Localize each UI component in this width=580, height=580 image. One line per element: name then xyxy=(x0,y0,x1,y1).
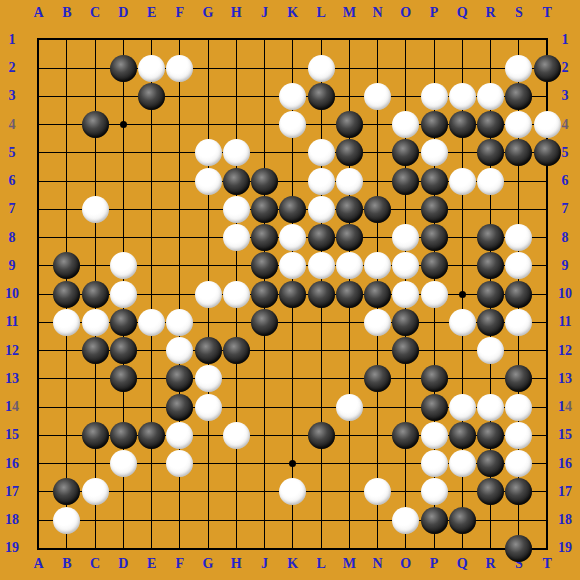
intersection-M4[interactable] xyxy=(335,111,363,139)
intersection-P12[interactable] xyxy=(420,337,448,365)
intersection-E14[interactable] xyxy=(137,393,165,421)
intersection-B15[interactable] xyxy=(53,421,81,449)
intersection-A6[interactable] xyxy=(24,167,52,195)
intersection-P13[interactable] xyxy=(420,365,448,393)
intersection-E1[interactable] xyxy=(137,26,165,54)
intersection-J18[interactable] xyxy=(250,506,278,534)
black-stone-N10[interactable] xyxy=(364,281,391,308)
intersection-L19[interactable] xyxy=(307,534,335,562)
intersection-P2[interactable] xyxy=(420,54,448,82)
intersection-C11[interactable] xyxy=(81,308,109,336)
white-stone-Q16[interactable] xyxy=(449,450,476,477)
intersection-S17[interactable] xyxy=(505,478,533,506)
white-stone-E2[interactable] xyxy=(138,55,165,82)
black-stone-E15[interactable] xyxy=(138,422,165,449)
intersection-S18[interactable] xyxy=(505,506,533,534)
intersection-K5[interactable] xyxy=(279,139,307,167)
intersection-F5[interactable] xyxy=(166,139,194,167)
white-stone-S9[interactable] xyxy=(505,252,532,279)
intersection-Q13[interactable] xyxy=(448,365,476,393)
intersection-F8[interactable] xyxy=(166,224,194,252)
intersection-N15[interactable] xyxy=(363,421,391,449)
intersection-L16[interactable] xyxy=(307,450,335,478)
intersection-L13[interactable] xyxy=(307,365,335,393)
white-stone-H7[interactable] xyxy=(223,196,250,223)
white-stone-G6[interactable] xyxy=(195,168,222,195)
black-stone-M4[interactable] xyxy=(336,111,363,138)
intersection-T6[interactable] xyxy=(533,167,561,195)
intersection-S8[interactable] xyxy=(505,224,533,252)
black-stone-M10[interactable] xyxy=(336,281,363,308)
intersection-D5[interactable] xyxy=(109,139,137,167)
intersection-Q9[interactable] xyxy=(448,252,476,280)
black-stone-R15[interactable] xyxy=(477,422,504,449)
intersection-R14[interactable] xyxy=(476,393,504,421)
intersection-H2[interactable] xyxy=(222,54,250,82)
intersection-P5[interactable] xyxy=(420,139,448,167)
intersection-P16[interactable] xyxy=(420,450,448,478)
intersection-H18[interactable] xyxy=(222,506,250,534)
intersection-C7[interactable] xyxy=(81,195,109,223)
intersection-O17[interactable] xyxy=(392,478,420,506)
intersection-T2[interactable] xyxy=(533,54,561,82)
intersection-J6[interactable] xyxy=(250,167,278,195)
black-stone-Q15[interactable] xyxy=(449,422,476,449)
intersection-E9[interactable] xyxy=(137,252,165,280)
black-stone-M7[interactable] xyxy=(336,196,363,223)
intersection-O9[interactable] xyxy=(392,252,420,280)
intersection-C8[interactable] xyxy=(81,224,109,252)
intersection-Q8[interactable] xyxy=(448,224,476,252)
intersection-B2[interactable] xyxy=(53,54,81,82)
intersection-D10[interactable] xyxy=(109,280,137,308)
intersection-M19[interactable] xyxy=(335,534,363,562)
white-stone-L5[interactable] xyxy=(308,139,335,166)
white-stone-B11[interactable] xyxy=(53,309,80,336)
intersection-O6[interactable] xyxy=(392,167,420,195)
intersection-H13[interactable] xyxy=(222,365,250,393)
intersection-A17[interactable] xyxy=(24,478,52,506)
intersection-L7[interactable] xyxy=(307,195,335,223)
intersection-E2[interactable] xyxy=(137,54,165,82)
intersection-J3[interactable] xyxy=(250,82,278,110)
intersection-M9[interactable] xyxy=(335,252,363,280)
black-stone-S13[interactable] xyxy=(505,365,532,392)
black-stone-T5[interactable] xyxy=(534,139,561,166)
intersection-C13[interactable] xyxy=(81,365,109,393)
intersection-D7[interactable] xyxy=(109,195,137,223)
intersection-T13[interactable] xyxy=(533,365,561,393)
intersection-N16[interactable] xyxy=(363,450,391,478)
intersection-G7[interactable] xyxy=(194,195,222,223)
intersection-H4[interactable] xyxy=(222,111,250,139)
intersection-R7[interactable] xyxy=(476,195,504,223)
black-stone-L8[interactable] xyxy=(308,224,335,251)
intersection-C17[interactable] xyxy=(81,478,109,506)
intersection-L2[interactable] xyxy=(307,54,335,82)
intersection-H9[interactable] xyxy=(222,252,250,280)
intersection-T4[interactable] xyxy=(533,111,561,139)
intersection-R12[interactable] xyxy=(476,337,504,365)
intersection-J12[interactable] xyxy=(250,337,278,365)
intersection-R8[interactable] xyxy=(476,224,504,252)
white-stone-N9[interactable] xyxy=(364,252,391,279)
white-stone-K3[interactable] xyxy=(279,83,306,110)
intersection-E15[interactable] xyxy=(137,421,165,449)
white-stone-C17[interactable] xyxy=(82,478,109,505)
black-stone-C15[interactable] xyxy=(82,422,109,449)
intersection-C3[interactable] xyxy=(81,82,109,110)
intersection-F16[interactable] xyxy=(166,450,194,478)
intersection-N19[interactable] xyxy=(363,534,391,562)
intersection-T5[interactable] xyxy=(533,139,561,167)
black-stone-O5[interactable] xyxy=(392,139,419,166)
intersection-B17[interactable] xyxy=(53,478,81,506)
black-stone-L10[interactable] xyxy=(308,281,335,308)
intersection-Q6[interactable] xyxy=(448,167,476,195)
intersection-R6[interactable] xyxy=(476,167,504,195)
intersection-A15[interactable] xyxy=(24,421,52,449)
black-stone-B17[interactable] xyxy=(53,478,80,505)
white-stone-R12[interactable] xyxy=(477,337,504,364)
white-stone-P15[interactable] xyxy=(421,422,448,449)
intersection-O11[interactable] xyxy=(392,308,420,336)
intersection-B10[interactable] xyxy=(53,280,81,308)
intersection-K13[interactable] xyxy=(279,365,307,393)
white-stone-F15[interactable] xyxy=(166,422,193,449)
intersection-S5[interactable] xyxy=(505,139,533,167)
white-stone-N17[interactable] xyxy=(364,478,391,505)
intersection-G18[interactable] xyxy=(194,506,222,534)
white-stone-C11[interactable] xyxy=(82,309,109,336)
intersection-L12[interactable] xyxy=(307,337,335,365)
intersection-S14[interactable] xyxy=(505,393,533,421)
white-stone-R3[interactable] xyxy=(477,83,504,110)
intersection-G16[interactable] xyxy=(194,450,222,478)
black-stone-G12[interactable] xyxy=(195,337,222,364)
intersection-J7[interactable] xyxy=(250,195,278,223)
intersection-K17[interactable] xyxy=(279,478,307,506)
black-stone-O11[interactable] xyxy=(392,309,419,336)
intersection-G9[interactable] xyxy=(194,252,222,280)
intersection-M6[interactable] xyxy=(335,167,363,195)
intersection-B18[interactable] xyxy=(53,506,81,534)
black-stone-R5[interactable] xyxy=(477,139,504,166)
white-stone-F2[interactable] xyxy=(166,55,193,82)
intersection-M12[interactable] xyxy=(335,337,363,365)
intersection-J2[interactable] xyxy=(250,54,278,82)
black-stone-B10[interactable] xyxy=(53,281,80,308)
intersection-T10[interactable] xyxy=(533,280,561,308)
intersection-C9[interactable] xyxy=(81,252,109,280)
white-stone-P5[interactable] xyxy=(421,139,448,166)
intersection-B5[interactable] xyxy=(53,139,81,167)
intersection-R17[interactable] xyxy=(476,478,504,506)
intersection-L8[interactable] xyxy=(307,224,335,252)
black-stone-P6[interactable] xyxy=(421,168,448,195)
black-stone-T2[interactable] xyxy=(534,55,561,82)
intersection-Q12[interactable] xyxy=(448,337,476,365)
white-stone-N3[interactable] xyxy=(364,83,391,110)
white-stone-P3[interactable] xyxy=(421,83,448,110)
intersection-A9[interactable] xyxy=(24,252,52,280)
black-stone-S17[interactable] xyxy=(505,478,532,505)
intersection-F13[interactable] xyxy=(166,365,194,393)
intersection-K11[interactable] xyxy=(279,308,307,336)
intersection-O13[interactable] xyxy=(392,365,420,393)
intersection-S12[interactable] xyxy=(505,337,533,365)
black-stone-C4[interactable] xyxy=(82,111,109,138)
intersection-G6[interactable] xyxy=(194,167,222,195)
black-stone-S3[interactable] xyxy=(505,83,532,110)
intersection-M8[interactable] xyxy=(335,224,363,252)
intersection-C12[interactable] xyxy=(81,337,109,365)
intersection-K7[interactable] xyxy=(279,195,307,223)
white-stone-C7[interactable] xyxy=(82,196,109,223)
intersection-F4[interactable] xyxy=(166,111,194,139)
black-stone-M5[interactable] xyxy=(336,139,363,166)
black-stone-S10[interactable] xyxy=(505,281,532,308)
intersection-K12[interactable] xyxy=(279,337,307,365)
black-stone-O6[interactable] xyxy=(392,168,419,195)
intersection-F15[interactable] xyxy=(166,421,194,449)
intersection-A14[interactable] xyxy=(24,393,52,421)
intersection-E11[interactable] xyxy=(137,308,165,336)
intersection-O8[interactable] xyxy=(392,224,420,252)
intersection-G19[interactable] xyxy=(194,534,222,562)
intersection-A13[interactable] xyxy=(24,365,52,393)
intersection-C5[interactable] xyxy=(81,139,109,167)
intersection-N10[interactable] xyxy=(363,280,391,308)
intersection-G11[interactable] xyxy=(194,308,222,336)
intersection-O15[interactable] xyxy=(392,421,420,449)
intersection-K19[interactable] xyxy=(279,534,307,562)
intersection-S19[interactable] xyxy=(505,534,533,562)
intersection-R16[interactable] xyxy=(476,450,504,478)
intersection-R4[interactable] xyxy=(476,111,504,139)
intersection-G12[interactable] xyxy=(194,337,222,365)
white-stone-S16[interactable] xyxy=(505,450,532,477)
black-stone-R8[interactable] xyxy=(477,224,504,251)
intersection-K6[interactable] xyxy=(279,167,307,195)
black-stone-R11[interactable] xyxy=(477,309,504,336)
intersection-P9[interactable] xyxy=(420,252,448,280)
black-stone-H12[interactable] xyxy=(223,337,250,364)
intersection-N6[interactable] xyxy=(363,167,391,195)
intersection-R2[interactable] xyxy=(476,54,504,82)
intersection-P11[interactable] xyxy=(420,308,448,336)
intersection-L15[interactable] xyxy=(307,421,335,449)
intersection-S11[interactable] xyxy=(505,308,533,336)
black-stone-N7[interactable] xyxy=(364,196,391,223)
intersection-H10[interactable] xyxy=(222,280,250,308)
intersection-E6[interactable] xyxy=(137,167,165,195)
black-stone-R4[interactable] xyxy=(477,111,504,138)
black-stone-J6[interactable] xyxy=(251,168,278,195)
intersection-O14[interactable] xyxy=(392,393,420,421)
black-stone-P18[interactable] xyxy=(421,507,448,534)
intersection-J5[interactable] xyxy=(250,139,278,167)
intersection-M13[interactable] xyxy=(335,365,363,393)
black-stone-R17[interactable] xyxy=(477,478,504,505)
intersection-B13[interactable] xyxy=(53,365,81,393)
intersection-K16[interactable] xyxy=(279,450,307,478)
white-stone-R14[interactable] xyxy=(477,394,504,421)
intersection-S10[interactable] xyxy=(505,280,533,308)
intersection-S9[interactable] xyxy=(505,252,533,280)
intersection-K14[interactable] xyxy=(279,393,307,421)
intersection-R13[interactable] xyxy=(476,365,504,393)
intersection-D6[interactable] xyxy=(109,167,137,195)
intersection-D2[interactable] xyxy=(109,54,137,82)
intersection-E8[interactable] xyxy=(137,224,165,252)
intersection-Q7[interactable] xyxy=(448,195,476,223)
intersection-A5[interactable] xyxy=(24,139,52,167)
black-stone-R10[interactable] xyxy=(477,281,504,308)
white-stone-H5[interactable] xyxy=(223,139,250,166)
white-stone-L2[interactable] xyxy=(308,55,335,82)
intersection-C14[interactable] xyxy=(81,393,109,421)
intersection-M7[interactable] xyxy=(335,195,363,223)
intersection-J4[interactable] xyxy=(250,111,278,139)
intersection-S7[interactable] xyxy=(505,195,533,223)
intersection-T18[interactable] xyxy=(533,506,561,534)
intersection-J8[interactable] xyxy=(250,224,278,252)
intersection-J13[interactable] xyxy=(250,365,278,393)
intersection-S2[interactable] xyxy=(505,54,533,82)
intersection-L18[interactable] xyxy=(307,506,335,534)
intersection-N9[interactable] xyxy=(363,252,391,280)
intersection-E13[interactable] xyxy=(137,365,165,393)
intersection-K8[interactable] xyxy=(279,224,307,252)
white-stone-P16[interactable] xyxy=(421,450,448,477)
intersection-B9[interactable] xyxy=(53,252,81,280)
intersection-Q11[interactable] xyxy=(448,308,476,336)
intersection-E19[interactable] xyxy=(137,534,165,562)
white-stone-G10[interactable] xyxy=(195,281,222,308)
intersection-O12[interactable] xyxy=(392,337,420,365)
intersection-M3[interactable] xyxy=(335,82,363,110)
white-stone-P17[interactable] xyxy=(421,478,448,505)
intersection-O7[interactable] xyxy=(392,195,420,223)
intersection-M11[interactable] xyxy=(335,308,363,336)
black-stone-R9[interactable] xyxy=(477,252,504,279)
intersection-Q10[interactable] xyxy=(448,280,476,308)
intersection-Q16[interactable] xyxy=(448,450,476,478)
intersection-E18[interactable] xyxy=(137,506,165,534)
black-stone-J11[interactable] xyxy=(251,309,278,336)
intersection-S6[interactable] xyxy=(505,167,533,195)
intersection-J14[interactable] xyxy=(250,393,278,421)
intersection-O18[interactable] xyxy=(392,506,420,534)
intersection-K2[interactable] xyxy=(279,54,307,82)
intersection-G10[interactable] xyxy=(194,280,222,308)
intersection-S1[interactable] xyxy=(505,26,533,54)
white-stone-H15[interactable] xyxy=(223,422,250,449)
white-stone-G14[interactable] xyxy=(195,394,222,421)
intersection-G1[interactable] xyxy=(194,26,222,54)
intersection-D19[interactable] xyxy=(109,534,137,562)
white-stone-Q11[interactable] xyxy=(449,309,476,336)
intersection-K18[interactable] xyxy=(279,506,307,534)
intersection-F18[interactable] xyxy=(166,506,194,534)
black-stone-D13[interactable] xyxy=(110,365,137,392)
intersection-P19[interactable] xyxy=(420,534,448,562)
intersection-L9[interactable] xyxy=(307,252,335,280)
intersection-J1[interactable] xyxy=(250,26,278,54)
intersection-D12[interactable] xyxy=(109,337,137,365)
intersection-M18[interactable] xyxy=(335,506,363,534)
intersection-M14[interactable] xyxy=(335,393,363,421)
intersection-D17[interactable] xyxy=(109,478,137,506)
black-stone-F14[interactable] xyxy=(166,394,193,421)
black-stone-P8[interactable] xyxy=(421,224,448,251)
black-stone-L3[interactable] xyxy=(308,83,335,110)
intersection-H11[interactable] xyxy=(222,308,250,336)
intersection-H5[interactable] xyxy=(222,139,250,167)
black-stone-P7[interactable] xyxy=(421,196,448,223)
intersection-A1[interactable] xyxy=(24,26,52,54)
white-stone-K4[interactable] xyxy=(279,111,306,138)
black-stone-K7[interactable] xyxy=(279,196,306,223)
white-stone-Q14[interactable] xyxy=(449,394,476,421)
white-stone-S8[interactable] xyxy=(505,224,532,251)
intersection-P1[interactable] xyxy=(420,26,448,54)
intersection-K1[interactable] xyxy=(279,26,307,54)
black-stone-S5[interactable] xyxy=(505,139,532,166)
intersection-G14[interactable] xyxy=(194,393,222,421)
intersection-P8[interactable] xyxy=(420,224,448,252)
white-stone-M14[interactable] xyxy=(336,394,363,421)
intersection-N2[interactable] xyxy=(363,54,391,82)
white-stone-P10[interactable] xyxy=(421,281,448,308)
white-stone-O10[interactable] xyxy=(392,281,419,308)
intersection-N18[interactable] xyxy=(363,506,391,534)
intersection-T12[interactable] xyxy=(533,337,561,365)
intersection-Q4[interactable] xyxy=(448,111,476,139)
intersection-M10[interactable] xyxy=(335,280,363,308)
intersection-D15[interactable] xyxy=(109,421,137,449)
intersection-J16[interactable] xyxy=(250,450,278,478)
intersection-J9[interactable] xyxy=(250,252,278,280)
intersection-P6[interactable] xyxy=(420,167,448,195)
white-stone-O18[interactable] xyxy=(392,507,419,534)
black-stone-P4[interactable] xyxy=(421,111,448,138)
white-stone-D16[interactable] xyxy=(110,450,137,477)
intersection-T19[interactable] xyxy=(533,534,561,562)
intersection-S4[interactable] xyxy=(505,111,533,139)
intersection-R9[interactable] xyxy=(476,252,504,280)
black-stone-P9[interactable] xyxy=(421,252,448,279)
intersection-B14[interactable] xyxy=(53,393,81,421)
intersection-N13[interactable] xyxy=(363,365,391,393)
intersection-C16[interactable] xyxy=(81,450,109,478)
white-stone-L9[interactable] xyxy=(308,252,335,279)
intersection-Q18[interactable] xyxy=(448,506,476,534)
white-stone-S15[interactable] xyxy=(505,422,532,449)
black-stone-J8[interactable] xyxy=(251,224,278,251)
black-stone-K10[interactable] xyxy=(279,281,306,308)
white-stone-G5[interactable] xyxy=(195,139,222,166)
intersection-N7[interactable] xyxy=(363,195,391,223)
intersection-T8[interactable] xyxy=(533,224,561,252)
intersection-G5[interactable] xyxy=(194,139,222,167)
intersection-K15[interactable] xyxy=(279,421,307,449)
intersection-T3[interactable] xyxy=(533,82,561,110)
intersection-N14[interactable] xyxy=(363,393,391,421)
white-stone-B18[interactable] xyxy=(53,507,80,534)
white-stone-S11[interactable] xyxy=(505,309,532,336)
